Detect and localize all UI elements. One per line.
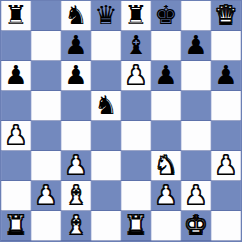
square-d4[interactable] [91, 121, 121, 151]
white-pawn[interactable]: ♟ [34, 182, 57, 208]
square-e2[interactable] [121, 181, 151, 211]
white-pawn[interactable]: ♟ [4, 122, 27, 148]
square-h8[interactable]: ♛ [211, 1, 241, 31]
square-a2[interactable] [1, 181, 31, 211]
square-h4[interactable] [211, 121, 241, 151]
square-e1[interactable]: ♜ [121, 211, 151, 241]
square-a3[interactable] [1, 151, 31, 181]
square-d8[interactable]: ♛ [91, 1, 121, 31]
square-e7[interactable]: ♝ [121, 31, 151, 61]
square-b1[interactable] [31, 211, 61, 241]
square-e5[interactable] [121, 91, 151, 121]
square-a7[interactable] [1, 31, 31, 61]
square-g2[interactable]: ♟ [181, 181, 211, 211]
black-pawn[interactable]: ♟ [64, 32, 87, 58]
square-g7[interactable]: ♟ [181, 31, 211, 61]
square-h7[interactable] [211, 31, 241, 61]
square-h5[interactable] [211, 91, 241, 121]
square-e4[interactable] [121, 121, 151, 151]
white-pawn[interactable]: ♟ [64, 152, 87, 178]
square-d7[interactable] [91, 31, 121, 61]
square-g8[interactable] [181, 1, 211, 31]
square-b8[interactable] [31, 1, 61, 31]
square-g1[interactable]: ♚ [181, 211, 211, 241]
square-f6[interactable]: ♟ [151, 61, 181, 91]
black-bishop[interactable]: ♝ [124, 32, 147, 58]
square-h3[interactable]: ♟ [211, 151, 241, 181]
square-f7[interactable] [151, 31, 181, 61]
square-c8[interactable]: ♞ [61, 1, 91, 31]
white-bishop[interactable]: ♝ [64, 182, 87, 208]
square-a6[interactable]: ♟ [1, 61, 31, 91]
square-b3[interactable] [31, 151, 61, 181]
square-c4[interactable] [61, 121, 91, 151]
black-knight[interactable]: ♞ [94, 92, 117, 118]
square-b7[interactable] [31, 31, 61, 61]
square-g6[interactable] [181, 61, 211, 91]
square-b5[interactable] [31, 91, 61, 121]
black-pawn[interactable]: ♟ [184, 32, 207, 58]
square-c7[interactable]: ♟ [61, 31, 91, 61]
white-pawn[interactable]: ♟ [124, 62, 147, 88]
square-f3[interactable]: ♞ [151, 151, 181, 181]
square-f1[interactable] [151, 211, 181, 241]
white-bishop[interactable]: ♝ [64, 212, 87, 238]
white-pawn[interactable]: ♟ [154, 182, 177, 208]
square-a5[interactable] [1, 91, 31, 121]
black-pawn[interactable]: ♟ [214, 62, 237, 88]
square-c6[interactable]: ♟ [61, 61, 91, 91]
black-pawn[interactable]: ♟ [154, 62, 177, 88]
chess-board: ♜♞♛♜♚♛♟♝♟♟♟♟♟♟♞♟♟♞♟♟♝♟♟♜♝♜♚ [0, 0, 242, 242]
square-f8[interactable]: ♚ [151, 1, 181, 31]
white-king[interactable]: ♚ [184, 212, 207, 238]
square-f5[interactable] [151, 91, 181, 121]
black-rook[interactable]: ♜ [124, 2, 147, 28]
square-g5[interactable] [181, 91, 211, 121]
square-c1[interactable]: ♝ [61, 211, 91, 241]
black-rook[interactable]: ♜ [4, 2, 27, 28]
square-a8[interactable]: ♜ [1, 1, 31, 31]
square-b2[interactable]: ♟ [31, 181, 61, 211]
white-pawn[interactable]: ♟ [214, 152, 237, 178]
square-g3[interactable] [181, 151, 211, 181]
white-knight[interactable]: ♞ [154, 152, 177, 178]
square-d2[interactable] [91, 181, 121, 211]
square-f4[interactable] [151, 121, 181, 151]
square-c3[interactable]: ♟ [61, 151, 91, 181]
square-d5[interactable]: ♞ [91, 91, 121, 121]
white-rook[interactable]: ♜ [4, 212, 27, 238]
square-e3[interactable] [121, 151, 151, 181]
square-h2[interactable] [211, 181, 241, 211]
square-c5[interactable] [61, 91, 91, 121]
white-pawn[interactable]: ♟ [184, 182, 207, 208]
black-queen[interactable]: ♛ [94, 2, 117, 28]
square-d1[interactable] [91, 211, 121, 241]
square-a4[interactable]: ♟ [1, 121, 31, 151]
square-b6[interactable] [31, 61, 61, 91]
square-a1[interactable]: ♜ [1, 211, 31, 241]
square-b4[interactable] [31, 121, 61, 151]
square-g4[interactable] [181, 121, 211, 151]
square-e6[interactable]: ♟ [121, 61, 151, 91]
square-c2[interactable]: ♝ [61, 181, 91, 211]
white-queen[interactable]: ♛ [214, 2, 237, 28]
square-e8[interactable]: ♜ [121, 1, 151, 31]
square-d3[interactable] [91, 151, 121, 181]
square-d6[interactable] [91, 61, 121, 91]
square-h6[interactable]: ♟ [211, 61, 241, 91]
black-pawn[interactable]: ♟ [4, 62, 27, 88]
white-rook[interactable]: ♜ [124, 212, 147, 238]
black-knight[interactable]: ♞ [64, 2, 87, 28]
black-king[interactable]: ♚ [154, 2, 177, 28]
black-pawn[interactable]: ♟ [64, 62, 87, 88]
square-h1[interactable] [211, 211, 241, 241]
square-f2[interactable]: ♟ [151, 181, 181, 211]
